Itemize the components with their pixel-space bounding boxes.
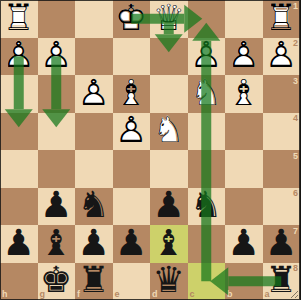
square-a3[interactable] [263,75,301,113]
square-f1[interactable] [75,0,113,38]
square-e2[interactable] [113,38,151,76]
black-pawn-f7[interactable]: ♟ [75,225,113,263]
white-bishop-e3[interactable]: ♝♗ [113,75,151,113]
square-a4[interactable] [263,113,301,151]
black-pawn-d6[interactable]: ♟ [150,188,188,226]
black-queen-d8[interactable]: ♛ [150,263,188,300]
white-pawn-g2[interactable]: ♟♙ [38,38,76,76]
square-b6[interactable] [225,188,263,226]
white-pawn-c2[interactable]: ♟♙ [188,38,226,76]
square-g4[interactable] [38,113,76,151]
square-e6[interactable] [113,188,151,226]
square-c7[interactable] [188,225,226,263]
square-g3[interactable] [38,75,76,113]
white-pawn-f3[interactable]: ♟♙ [75,75,113,113]
black-pawn-a7[interactable]: ♟ [263,225,301,263]
square-b1[interactable] [225,0,263,38]
square-a6[interactable] [263,188,301,226]
black-knight-f6[interactable]: ♞ [75,188,113,226]
square-h5[interactable] [0,150,38,188]
square-b8[interactable] [225,263,263,300]
white-pawn-b2[interactable]: ♟♙ [225,38,263,76]
black-pawn-h7[interactable]: ♟ [0,225,38,263]
white-pawn-a2[interactable]: ♟♙ [263,38,301,76]
chess-board: hgfedcba12345678 ♜♛♜♚♟♟♝♟♟♝♟♞♟♞♟♞♘♟♙♝♗♞♘… [0,0,300,300]
white-king-e1[interactable]: ♚♔ [113,0,151,38]
square-a5[interactable] [263,150,301,188]
white-rook-a1[interactable]: ♜♖ [263,0,301,38]
square-b5[interactable] [225,150,263,188]
white-pawn-h2[interactable]: ♟♙ [0,38,38,76]
square-h6[interactable] [0,188,38,226]
white-rook-h1[interactable]: ♜♖ [0,0,38,38]
square-g5[interactable] [38,150,76,188]
last-move-highlight-c8 [188,263,226,300]
square-c5[interactable] [188,150,226,188]
square-f5[interactable] [75,150,113,188]
white-queen-d1[interactable]: ♛♕ [150,0,188,38]
black-pawn-e7[interactable]: ♟ [113,225,151,263]
square-c4[interactable] [188,113,226,151]
white-knight-d4[interactable]: ♞♘ [150,113,188,151]
square-d5[interactable] [150,150,188,188]
board-resize-handle-icon[interactable] [288,288,299,299]
black-bishop-g7[interactable]: ♝ [38,225,76,263]
black-pawn-g6[interactable]: ♟ [38,188,76,226]
square-e5[interactable] [113,150,151,188]
black-king-g8[interactable]: ♚ [38,263,76,300]
square-d3[interactable] [150,75,188,113]
white-pawn-e4[interactable]: ♟♙ [113,113,151,151]
white-bishop-b3[interactable]: ♝♗ [225,75,263,113]
black-rook-f8[interactable]: ♜ [75,263,113,300]
square-f2[interactable] [75,38,113,76]
square-g1[interactable] [38,0,76,38]
square-h8[interactable] [0,263,38,300]
black-bishop-d7[interactable]: ♝ [150,225,188,263]
square-h4[interactable] [0,113,38,151]
square-d2[interactable] [150,38,188,76]
square-h3[interactable] [0,75,38,113]
black-pawn-b7[interactable]: ♟ [225,225,263,263]
square-c1[interactable] [188,0,226,38]
square-b4[interactable] [225,113,263,151]
square-f4[interactable] [75,113,113,151]
black-knight-c6[interactable]: ♞ [188,188,226,226]
square-e8[interactable] [113,263,151,300]
white-knight-c3[interactable]: ♞♘ [188,75,226,113]
